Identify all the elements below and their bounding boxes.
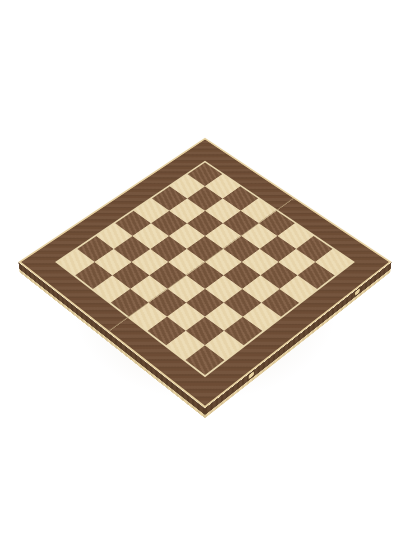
piece-black-pawn: ♟	[195, 177, 215, 198]
chessboard: ♜♞♝♛♚♝♞♜♟♟♟♟♟♟♟♟♟♟♟♟♟♟♟♟♜♞♝♛♚♝♞♜	[18, 138, 391, 408]
piece-black-pawn: ♟	[83, 253, 104, 275]
piece-black-pawn: ♟	[159, 202, 179, 223]
board-grid: ♜♞♝♛♚♝♞♜♟♟♟♟♟♟♟♟♟♟♟♟♟♟♟♟♜♞♝♛♚♝♞♜	[58, 163, 352, 375]
metal-clasp-icon	[354, 288, 359, 296]
piece-white-rook: ♜	[193, 334, 218, 360]
piece-black-pawn: ♟	[213, 165, 233, 186]
chess-set-product-photo: ♜♞♝♛♚♝♞♜♟♟♟♟♟♟♟♟♟♟♟♟♟♟♟♟♜♞♝♛♚♝♞♜	[0, 0, 400, 545]
scene: ♜♞♝♛♚♝♞♜♟♟♟♟♟♟♟♟♟♟♟♟♟♟♟♟♜♞♝♛♚♝♞♜	[0, 0, 400, 545]
board-frame: ♜♞♝♛♚♝♞♜♟♟♟♟♟♟♟♟♟♟♟♟♟♟♟♟♜♞♝♛♚♝♞♜	[18, 138, 391, 408]
metal-clasp-icon	[249, 371, 254, 379]
piece-black-pawn: ♟	[103, 240, 124, 262]
piece-black-pawn: ♟	[177, 190, 197, 211]
piece-black-pawn: ♟	[141, 214, 161, 236]
piece-black-pawn: ♟	[122, 227, 142, 249]
board-play-area: ♜♞♝♛♚♝♞♜♟♟♟♟♟♟♟♟♟♟♟♟♟♟♟♟♜♞♝♛♚♝♞♜	[55, 161, 355, 378]
